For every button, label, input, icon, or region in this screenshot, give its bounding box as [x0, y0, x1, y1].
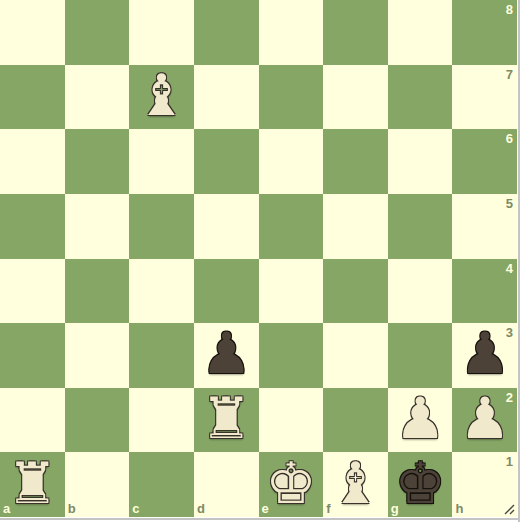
square-f8[interactable] [323, 0, 388, 65]
piece-white-pawn[interactable]: ♟ [459, 390, 510, 447]
square-a2[interactable] [0, 388, 65, 453]
square-f7[interactable] [323, 65, 388, 130]
piece-white-bishop[interactable]: ♝ [330, 455, 381, 512]
piece-white-king[interactable]: ♚ [265, 455, 316, 512]
square-f4[interactable] [323, 259, 388, 324]
file-label-b: b [68, 502, 76, 515]
square-h1[interactable]: 1h [452, 452, 517, 517]
square-d7[interactable] [194, 65, 259, 130]
square-f1[interactable]: ♝f [323, 452, 388, 517]
square-f3[interactable] [323, 323, 388, 388]
square-e3[interactable] [259, 323, 324, 388]
piece-black-pawn[interactable]: ♟ [201, 325, 252, 382]
square-b4[interactable] [65, 259, 130, 324]
square-e4[interactable] [259, 259, 324, 324]
square-c7[interactable]: ♝ [129, 65, 194, 130]
square-h7[interactable]: 7 [452, 65, 517, 130]
square-b8[interactable] [65, 0, 130, 65]
piece-white-rook[interactable]: ♜ [7, 455, 58, 512]
square-e2[interactable] [259, 388, 324, 453]
rank-label-1: 1 [506, 455, 513, 468]
window-edge-vertical [518, 0, 520, 522]
square-b1[interactable]: b [65, 452, 130, 517]
rank-label-7: 7 [506, 68, 513, 81]
square-g1[interactable]: ♚g [388, 452, 453, 517]
square-h3[interactable]: ♟3 [452, 323, 517, 388]
chess-app-stage: 8♝7654♟♟3♜♟♟2♜abcd♚e♝f♚g1h [0, 0, 524, 522]
piece-black-king[interactable]: ♚ [395, 455, 446, 512]
piece-white-bishop[interactable]: ♝ [136, 67, 187, 124]
piece-white-pawn[interactable]: ♟ [395, 390, 446, 447]
square-a3[interactable] [0, 323, 65, 388]
square-d4[interactable] [194, 259, 259, 324]
square-g5[interactable] [388, 194, 453, 259]
square-g7[interactable] [388, 65, 453, 130]
square-a5[interactable] [0, 194, 65, 259]
square-a1[interactable]: ♜a [0, 452, 65, 517]
square-e6[interactable] [259, 129, 324, 194]
rank-label-8: 8 [506, 3, 513, 16]
square-e8[interactable] [259, 0, 324, 65]
square-c3[interactable] [129, 323, 194, 388]
square-a7[interactable] [0, 65, 65, 130]
rank-label-6: 6 [506, 132, 513, 145]
square-d6[interactable] [194, 129, 259, 194]
square-b2[interactable] [65, 388, 130, 453]
square-f6[interactable] [323, 129, 388, 194]
square-a8[interactable] [0, 0, 65, 65]
square-b7[interactable] [65, 65, 130, 130]
square-d5[interactable] [194, 194, 259, 259]
square-c5[interactable] [129, 194, 194, 259]
piece-black-pawn[interactable]: ♟ [459, 325, 510, 382]
square-g2[interactable]: ♟ [388, 388, 453, 453]
square-c4[interactable] [129, 259, 194, 324]
square-g3[interactable] [388, 323, 453, 388]
square-a6[interactable] [0, 129, 65, 194]
square-c1[interactable]: c [129, 452, 194, 517]
square-g6[interactable] [388, 129, 453, 194]
square-h4[interactable]: 4 [452, 259, 517, 324]
square-f2[interactable] [323, 388, 388, 453]
square-e7[interactable] [259, 65, 324, 130]
square-b5[interactable] [65, 194, 130, 259]
file-label-d: d [197, 502, 205, 515]
square-b6[interactable] [65, 129, 130, 194]
square-h5[interactable]: 5 [452, 194, 517, 259]
square-e1[interactable]: ♚e [259, 452, 324, 517]
square-a4[interactable] [0, 259, 65, 324]
square-h2[interactable]: ♟2 [452, 388, 517, 453]
square-d1[interactable]: d [194, 452, 259, 517]
square-g8[interactable] [388, 0, 453, 65]
square-f5[interactable] [323, 194, 388, 259]
rank-label-4: 4 [506, 262, 513, 275]
square-h6[interactable]: 6 [452, 129, 517, 194]
square-d8[interactable] [194, 0, 259, 65]
square-h8[interactable]: 8 [452, 0, 517, 65]
file-label-c: c [132, 502, 139, 515]
square-d2[interactable]: ♜ [194, 388, 259, 453]
square-e5[interactable] [259, 194, 324, 259]
square-d3[interactable]: ♟ [194, 323, 259, 388]
chess-board: 8♝7654♟♟3♜♟♟2♜abcd♚e♝f♚g1h [0, 0, 517, 517]
rank-label-5: 5 [506, 197, 513, 210]
square-c8[interactable] [129, 0, 194, 65]
square-g4[interactable] [388, 259, 453, 324]
window-edge-horizontal [0, 518, 520, 520]
file-label-h: h [455, 502, 463, 515]
board-resize-handle-icon[interactable] [501, 501, 515, 515]
square-c6[interactable] [129, 129, 194, 194]
piece-white-rook[interactable]: ♜ [201, 390, 252, 447]
square-c2[interactable] [129, 388, 194, 453]
square-b3[interactable] [65, 323, 130, 388]
